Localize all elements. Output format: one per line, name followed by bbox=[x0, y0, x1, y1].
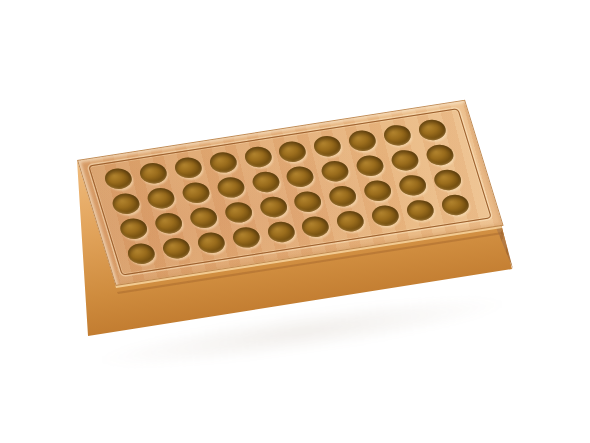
board-hole[interactable] bbox=[361, 178, 393, 202]
board-hole[interactable] bbox=[242, 144, 274, 168]
board-hole[interactable] bbox=[431, 167, 463, 191]
board-hole[interactable] bbox=[346, 128, 378, 152]
board-hole[interactable] bbox=[354, 153, 386, 177]
board-hole[interactable] bbox=[257, 194, 289, 218]
board-hole[interactable] bbox=[126, 241, 158, 265]
board-hole[interactable] bbox=[195, 230, 227, 254]
board-hole[interactable] bbox=[277, 139, 309, 163]
hole-cell[interactable] bbox=[434, 189, 476, 219]
board-hole[interactable] bbox=[381, 123, 413, 147]
product-photo-scene bbox=[0, 0, 590, 443]
board-hole[interactable] bbox=[207, 150, 239, 174]
board-hole[interactable] bbox=[396, 173, 428, 197]
board-hole[interactable] bbox=[160, 236, 192, 260]
board-hole[interactable] bbox=[416, 117, 448, 141]
board-hole[interactable] bbox=[137, 161, 169, 185]
board-hole[interactable] bbox=[187, 205, 219, 229]
board-hole[interactable] bbox=[311, 134, 343, 158]
board-hole[interactable] bbox=[292, 189, 324, 213]
board-hole[interactable] bbox=[230, 225, 262, 249]
board-hole[interactable] bbox=[284, 164, 316, 188]
board-hole[interactable] bbox=[153, 211, 185, 235]
board-hole[interactable] bbox=[319, 159, 351, 183]
board-hole[interactable] bbox=[249, 169, 281, 193]
board-hole[interactable] bbox=[215, 175, 247, 199]
board-hole[interactable] bbox=[180, 180, 212, 204]
board-hole[interactable] bbox=[389, 148, 421, 172]
board-hole[interactable] bbox=[172, 155, 204, 179]
board-hole[interactable] bbox=[265, 219, 297, 243]
board-hole[interactable] bbox=[327, 184, 359, 208]
board-hole[interactable] bbox=[145, 186, 177, 210]
board-hole[interactable] bbox=[334, 209, 366, 233]
board-hole[interactable] bbox=[110, 191, 142, 215]
board-hole[interactable] bbox=[439, 192, 471, 216]
board-hole[interactable] bbox=[118, 216, 150, 240]
board-hole[interactable] bbox=[404, 198, 436, 222]
board-hole[interactable] bbox=[103, 166, 135, 190]
board-hole[interactable] bbox=[423, 142, 455, 166]
board-hole[interactable] bbox=[369, 203, 401, 227]
board-hole[interactable] bbox=[300, 214, 332, 238]
board-hole[interactable] bbox=[222, 200, 254, 224]
